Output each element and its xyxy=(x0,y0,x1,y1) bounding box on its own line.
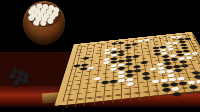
white-stones-in-bowl: ●●●●●●●●●●●●●●●●●●●● xyxy=(27,3,61,27)
board-cell xyxy=(126,95,135,101)
go-photo-scene: ●●●●●●●●●●●●●●●●●●●●●●●●●●●●●●●●●●●●●●●●… xyxy=(0,0,200,112)
white-stone-bowl: ●●●●●●●●●●●●●●●●●●●● xyxy=(23,1,65,45)
hoshi-point xyxy=(183,65,185,66)
board-cell xyxy=(108,97,117,103)
board-cell xyxy=(117,96,126,102)
board-surface: ●●●●●●●●●●●●●●●●●●●●●●●●●●●●●●●●●●●●●●●●… xyxy=(54,32,200,106)
hoshi-point xyxy=(134,49,136,50)
board-cell xyxy=(99,98,109,104)
hoshi-point xyxy=(139,97,141,98)
hoshi-point xyxy=(175,45,177,46)
go-board: ●●●●●●●●●●●●●●●●●●●●●●●●●●●●●●●●●●●●●●●●… xyxy=(54,32,200,106)
hoshi-point xyxy=(136,70,138,71)
white-bowl-stone: ● xyxy=(40,19,47,27)
white-bowl-stone: ● xyxy=(47,17,54,25)
hoshi-point xyxy=(194,91,196,92)
board-grid: ●●●●●●●●●●●●●●●●●●●●●●●●●●●●●●●●●●●●●●●●… xyxy=(62,34,200,102)
black-bowl-stone: ● xyxy=(13,79,20,87)
black-bowl-stone: ● xyxy=(22,77,29,85)
white-bowl-stone: ● xyxy=(33,19,40,27)
